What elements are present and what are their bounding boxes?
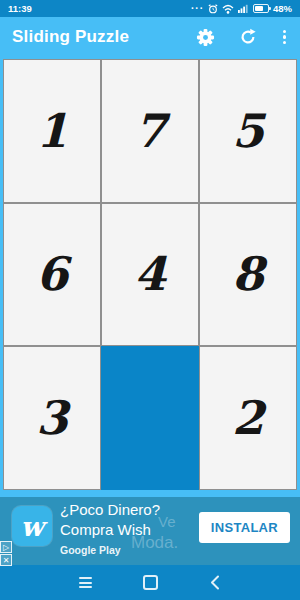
ad-text-block: ¿Poco Dinero? Compra Wish Google Play <box>60 500 160 558</box>
ad-close-icon[interactable]: ✕ <box>0 554 12 566</box>
adchoices-stack: ▷ ✕ <box>0 541 12 566</box>
ad-subline: Compra Wish <box>60 520 160 540</box>
signal-bars-icon <box>238 4 249 13</box>
overflow-menu-icon[interactable] <box>281 28 288 47</box>
install-button[interactable]: INSTALAR <box>199 512 290 543</box>
battery-icon <box>253 4 269 13</box>
tile-r3c1[interactable]: 3 <box>3 346 101 490</box>
wifi-icon <box>222 4 234 14</box>
tile-r2c1[interactable]: 6 <box>3 203 101 347</box>
status-bar: 11:39 ··· 48% <box>0 0 300 17</box>
tile-r2c3[interactable]: 8 <box>199 203 297 347</box>
tile-r2c2[interactable]: 4 <box>101 203 199 347</box>
tile-r3c3[interactable]: 2 <box>199 346 297 490</box>
blank-cell-r3c2 <box>101 346 199 490</box>
app-bar: Sliding Puzzle <box>0 17 300 57</box>
puzzle-board-area: 1 7 5 6 4 8 3 2 <box>0 57 300 492</box>
tile-r1c2[interactable]: 7 <box>101 59 199 203</box>
ad-banner[interactable]: Ve Moda. w ¿Poco Dinero? Compra Wish Goo… <box>0 497 300 565</box>
wish-app-logo[interactable]: w <box>12 506 52 546</box>
alarm-icon <box>208 4 218 14</box>
tile-r1c1[interactable]: 1 <box>3 59 101 203</box>
refresh-icon[interactable] <box>239 28 257 46</box>
recents-menu-button[interactable] <box>77 575 93 591</box>
android-nav-bar <box>0 565 300 600</box>
battery-percent: 48% <box>273 3 292 14</box>
app-title: Sliding Puzzle <box>12 27 129 47</box>
notification-overflow-dots: ··· <box>191 4 204 14</box>
google-play-label: Google Play <box>60 542 160 558</box>
home-button[interactable] <box>142 575 158 591</box>
clock-time: 11:39 <box>8 3 32 14</box>
sliding-puzzle-grid: 1 7 5 6 4 8 3 2 <box>3 59 297 490</box>
ad-headline: ¿Poco Dinero? <box>60 500 160 520</box>
tile-r1c3[interactable]: 5 <box>199 59 297 203</box>
back-button[interactable] <box>207 575 223 591</box>
settings-gear-icon[interactable] <box>196 28 215 47</box>
adchoices-icon[interactable]: ▷ <box>0 541 12 553</box>
ad-ghost-text-1: Ve <box>158 513 176 530</box>
